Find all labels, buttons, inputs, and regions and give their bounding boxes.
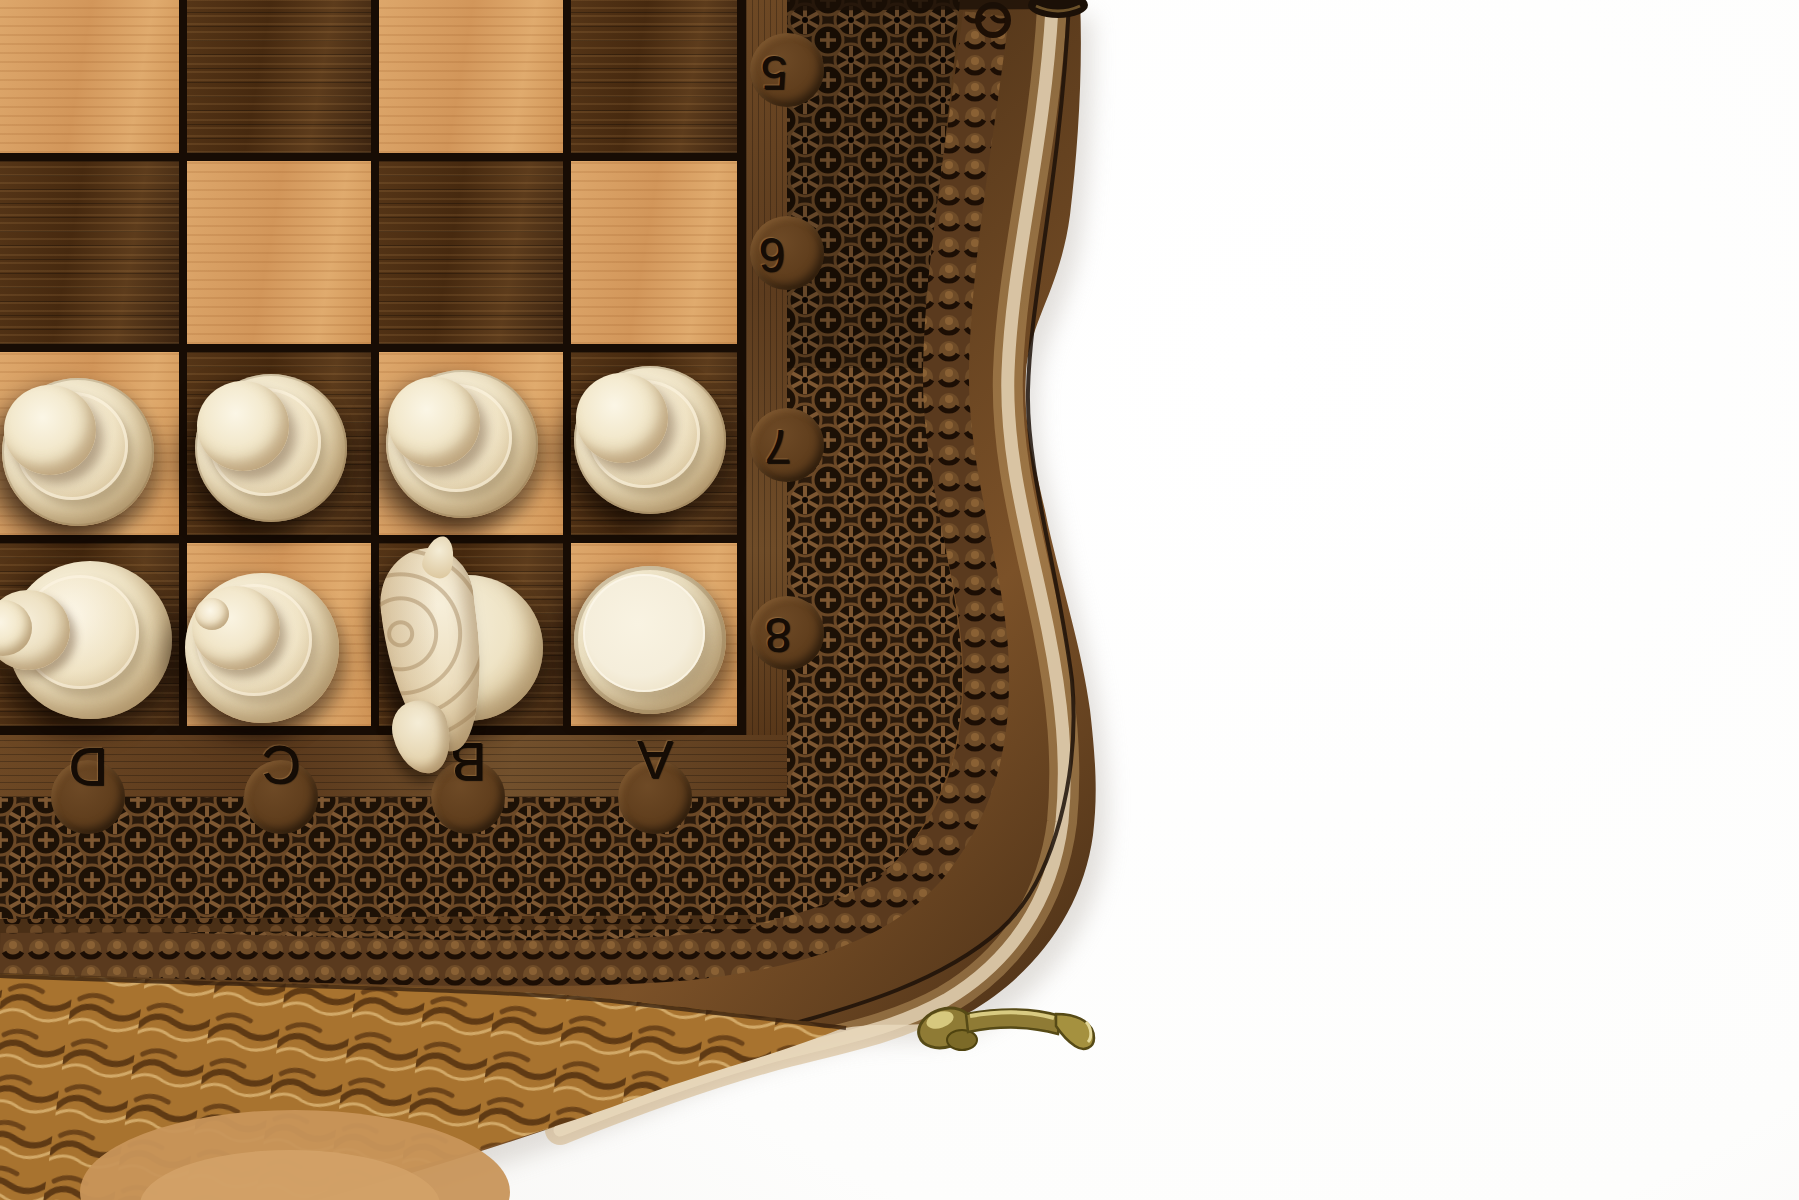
file-label-d: D [69,736,108,798]
square-b5[interactable] [379,0,563,153]
rank-label-8: 8 [765,607,792,662]
brass-latch[interactable] [913,1002,1094,1055]
square-a5[interactable] [571,0,737,153]
pawn-head [388,377,480,467]
pawn-head [197,381,289,471]
pawn-head [576,373,668,463]
square-d6[interactable] [0,161,179,344]
rook-top [583,574,705,692]
file-label-a: A [637,729,673,791]
square-b6[interactable] [379,161,563,344]
square-c6[interactable] [187,161,371,344]
photo-scene: D C B A 5 6 7 8 [0,0,1799,1200]
square-c5[interactable] [187,0,371,153]
file-label-c: C [262,734,301,796]
square-a6[interactable] [571,161,737,344]
rank-label-5: 5 [761,45,788,100]
pawn-head [4,385,96,475]
bead-row [0,922,756,926]
bishop-finial [195,598,229,630]
rank-label-7: 7 [765,419,792,474]
rank-label-6: 6 [759,227,786,282]
square-d5[interactable] [0,0,179,153]
